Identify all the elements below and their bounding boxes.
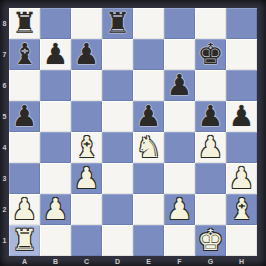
- square-f1[interactable]: [164, 225, 195, 256]
- square-g5[interactable]: ♟: [195, 101, 226, 132]
- square-h2[interactable]: ♝: [226, 194, 257, 225]
- square-a5[interactable]: ♟: [9, 101, 40, 132]
- black-rook[interactable]: ♜: [105, 8, 131, 39]
- square-b4[interactable]: [40, 132, 71, 163]
- file-label-h: H: [226, 256, 257, 266]
- square-h6[interactable]: [226, 70, 257, 101]
- square-f3[interactable]: [164, 163, 195, 194]
- black-pawn[interactable]: ♟: [74, 39, 100, 70]
- square-f8[interactable]: [164, 8, 195, 39]
- square-g4[interactable]: ♟: [195, 132, 226, 163]
- rank-label-8: 8: [0, 8, 9, 39]
- white-pawn[interactable]: ♟: [12, 194, 38, 225]
- square-f6[interactable]: ♟: [164, 70, 195, 101]
- file-label-a: A: [9, 256, 40, 266]
- square-c3[interactable]: ♟: [71, 163, 102, 194]
- square-c4[interactable]: ♝: [71, 132, 102, 163]
- file-label-g: G: [195, 256, 226, 266]
- white-pawn[interactable]: ♟: [198, 132, 224, 163]
- square-e7[interactable]: [133, 39, 164, 70]
- black-king[interactable]: ♚: [198, 39, 224, 70]
- white-bishop[interactable]: ♝: [74, 132, 100, 163]
- black-bishop[interactable]: ♝: [12, 39, 38, 70]
- square-h7[interactable]: [226, 39, 257, 70]
- square-b8[interactable]: [40, 8, 71, 39]
- square-b5[interactable]: [40, 101, 71, 132]
- square-h4[interactable]: [226, 132, 257, 163]
- rank-label-3: 3: [0, 163, 9, 194]
- file-label-c: C: [71, 256, 102, 266]
- square-d3[interactable]: [102, 163, 133, 194]
- white-pawn[interactable]: ♟: [167, 194, 193, 225]
- square-b2[interactable]: ♟: [40, 194, 71, 225]
- rank-label-5: 5: [0, 101, 9, 132]
- square-e4[interactable]: ♞: [133, 132, 164, 163]
- square-b3[interactable]: [40, 163, 71, 194]
- file-label-f: F: [164, 256, 195, 266]
- square-h8[interactable]: [226, 8, 257, 39]
- square-a7[interactable]: ♝: [9, 39, 40, 70]
- black-rook[interactable]: ♜: [12, 8, 38, 39]
- black-pawn[interactable]: ♟: [198, 101, 224, 132]
- square-g3[interactable]: [195, 163, 226, 194]
- square-d4[interactable]: [102, 132, 133, 163]
- square-a1[interactable]: ♜: [9, 225, 40, 256]
- rank-label-7: 7: [0, 39, 9, 70]
- square-d7[interactable]: [102, 39, 133, 70]
- rank-label-6: 6: [0, 70, 9, 101]
- square-d6[interactable]: [102, 70, 133, 101]
- white-rook[interactable]: ♜: [12, 225, 38, 256]
- square-g8[interactable]: [195, 8, 226, 39]
- square-a4[interactable]: [9, 132, 40, 163]
- square-a6[interactable]: [9, 70, 40, 101]
- square-d1[interactable]: [102, 225, 133, 256]
- square-a2[interactable]: ♟: [9, 194, 40, 225]
- square-c2[interactable]: [71, 194, 102, 225]
- rank-label-1: 1: [0, 225, 9, 256]
- white-pawn[interactable]: ♟: [74, 163, 100, 194]
- rank-labels-column: 87654321: [0, 8, 9, 256]
- black-pawn[interactable]: ♟: [43, 39, 69, 70]
- square-h1[interactable]: [226, 225, 257, 256]
- square-e2[interactable]: [133, 194, 164, 225]
- file-labels-row: ABCDEFGH: [9, 256, 257, 266]
- square-b6[interactable]: [40, 70, 71, 101]
- file-label-b: B: [40, 256, 71, 266]
- black-pawn[interactable]: ♟: [167, 70, 193, 101]
- square-g6[interactable]: [195, 70, 226, 101]
- square-e8[interactable]: [133, 8, 164, 39]
- square-a8[interactable]: ♜: [9, 8, 40, 39]
- white-king[interactable]: ♚: [198, 225, 224, 256]
- white-pawn[interactable]: ♟: [43, 194, 69, 225]
- square-c6[interactable]: [71, 70, 102, 101]
- white-bishop[interactable]: ♝: [229, 194, 255, 225]
- square-e6[interactable]: [133, 70, 164, 101]
- square-e5[interactable]: ♟: [133, 101, 164, 132]
- square-g7[interactable]: ♚: [195, 39, 226, 70]
- rank-label-4: 4: [0, 132, 9, 163]
- white-knight[interactable]: ♞: [136, 132, 162, 163]
- square-f4[interactable]: [164, 132, 195, 163]
- square-a3[interactable]: [9, 163, 40, 194]
- square-c8[interactable]: [71, 8, 102, 39]
- square-g1[interactable]: ♚: [195, 225, 226, 256]
- square-c1[interactable]: [71, 225, 102, 256]
- square-f7[interactable]: [164, 39, 195, 70]
- square-b7[interactable]: ♟: [40, 39, 71, 70]
- square-e3[interactable]: [133, 163, 164, 194]
- chess-board-frame: 87654321 ♜♜♝♟♟♚♟♟♟♟♟♝♞♟♟♟♟♟♟♝♜♚ ABCDEFGH: [0, 0, 266, 266]
- black-pawn[interactable]: ♟: [229, 101, 255, 132]
- chess-board[interactable]: ♜♜♝♟♟♚♟♟♟♟♟♝♞♟♟♟♟♟♟♝♜♚: [9, 8, 257, 256]
- square-c7[interactable]: ♟: [71, 39, 102, 70]
- white-pawn[interactable]: ♟: [229, 163, 255, 194]
- square-f2[interactable]: ♟: [164, 194, 195, 225]
- square-f5[interactable]: [164, 101, 195, 132]
- file-label-e: E: [133, 256, 164, 266]
- square-d2[interactable]: [102, 194, 133, 225]
- rank-label-2: 2: [0, 194, 9, 225]
- square-h3[interactable]: ♟: [226, 163, 257, 194]
- black-pawn[interactable]: ♟: [136, 101, 162, 132]
- square-d8[interactable]: ♜: [102, 8, 133, 39]
- square-g2[interactable]: [195, 194, 226, 225]
- square-b1[interactable]: [40, 225, 71, 256]
- square-c5[interactable]: [71, 101, 102, 132]
- file-label-d: D: [102, 256, 133, 266]
- square-e1[interactable]: [133, 225, 164, 256]
- square-h5[interactable]: ♟: [226, 101, 257, 132]
- black-pawn[interactable]: ♟: [12, 101, 38, 132]
- square-d5[interactable]: [102, 101, 133, 132]
